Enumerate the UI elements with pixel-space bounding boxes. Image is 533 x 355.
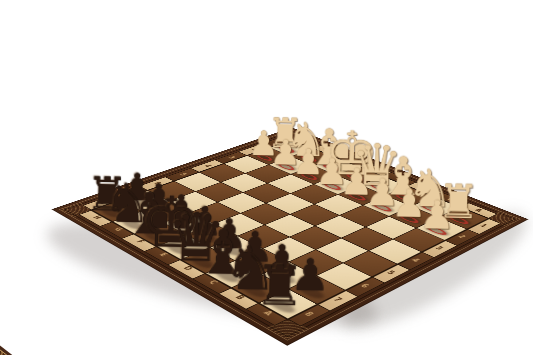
board-top-surface: HGFEDCBA HGFEDCBA 12345678 12345678 ♜♞♝♚…	[53, 128, 527, 345]
camera-tilt: HGFEDCBA HGFEDCBA 12345678 12345678 ♜♞♝♚…	[0, 0, 533, 355]
playing-field: ♜♞♝♚♛♝♞♜♟♟♟♟♟♟♟♟♟♟♟♟♟♟♟♟♜♞♝♚♛♝♞♜	[93, 140, 487, 318]
board-front-face	[0, 338, 283, 355]
photo-canvas: HGFEDCBA HGFEDCBA 12345678 12345678 ♜♞♝♚…	[0, 0, 533, 355]
black-rook[interactable]: ♜	[254, 258, 304, 314]
white-pawn[interactable]: ♟	[418, 195, 454, 235]
board-right-face	[282, 350, 533, 355]
square-f4[interactable]	[244, 183, 290, 202]
braid-carving	[0, 342, 283, 355]
